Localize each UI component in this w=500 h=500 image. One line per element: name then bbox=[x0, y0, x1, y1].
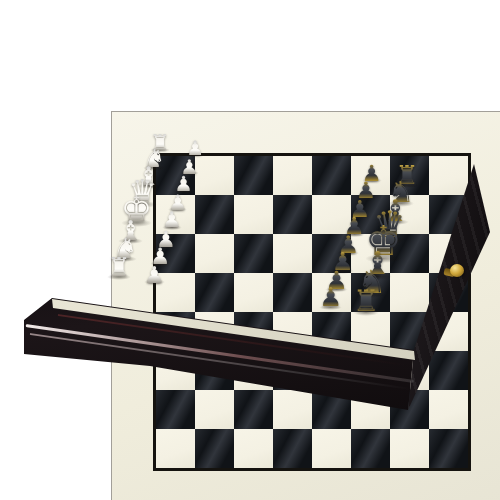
piece-white-rook-h1: ♜ bbox=[107, 255, 130, 281]
piece-black-rook-h8: ♜ bbox=[353, 287, 379, 316]
drawer-knob bbox=[450, 264, 464, 277]
piece-black-pawn-h7: ♟ bbox=[319, 286, 342, 312]
chess-set-photo: ♜♞♝♛♚♝♞♜♟♟♟♟♟♟♟♟♟♟♟♟♟♟♟♟♜♞♝♛♚♝♞♜ bbox=[0, 0, 500, 500]
pieces-layer: ♜♞♝♛♚♝♞♜♟♟♟♟♟♟♟♟♟♟♟♟♟♟♟♟♜♞♝♛♚♝♞♜ bbox=[0, 0, 500, 500]
piece-white-pawn-h2: ♟ bbox=[144, 263, 165, 286]
